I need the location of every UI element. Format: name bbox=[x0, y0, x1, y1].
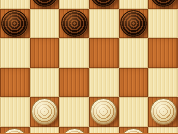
square-r3-c0[interactable] bbox=[0, 68, 30, 98]
square-r5-c4[interactable] bbox=[119, 127, 149, 134]
square-r2-c4[interactable] bbox=[119, 38, 149, 68]
square-r4-c1[interactable] bbox=[30, 97, 60, 127]
square-r4-c3[interactable] bbox=[89, 97, 119, 127]
light-piece[interactable] bbox=[1, 128, 28, 133]
square-r5-c3[interactable] bbox=[89, 127, 119, 134]
square-r4-c0[interactable] bbox=[0, 97, 30, 127]
dark-piece[interactable] bbox=[90, 0, 117, 7]
square-r4-c4[interactable] bbox=[119, 97, 149, 127]
dark-piece[interactable] bbox=[31, 0, 58, 7]
square-r1-c5[interactable] bbox=[148, 9, 178, 39]
square-r0-c1[interactable] bbox=[30, 0, 60, 9]
square-r2-c2[interactable] bbox=[59, 38, 89, 68]
dark-piece[interactable] bbox=[120, 10, 147, 37]
square-r2-c1[interactable] bbox=[30, 38, 60, 68]
light-piece[interactable] bbox=[150, 98, 177, 125]
square-r3-c1[interactable] bbox=[30, 68, 60, 98]
square-r0-c0[interactable] bbox=[0, 0, 30, 9]
square-r1-c3[interactable] bbox=[89, 9, 119, 39]
checkers-board-viewport bbox=[0, 0, 178, 133]
square-r2-c0[interactable] bbox=[0, 38, 30, 68]
dark-piece[interactable] bbox=[150, 0, 177, 7]
square-r3-c3[interactable] bbox=[89, 68, 119, 98]
square-r4-c2[interactable] bbox=[59, 97, 89, 127]
square-r2-c5[interactable] bbox=[148, 38, 178, 68]
square-r0-c5[interactable] bbox=[148, 0, 178, 9]
dark-piece[interactable] bbox=[1, 10, 28, 37]
square-r5-c2[interactable] bbox=[59, 127, 89, 134]
light-piece[interactable] bbox=[31, 98, 58, 125]
square-r3-c2[interactable] bbox=[59, 68, 89, 98]
square-r0-c4[interactable] bbox=[119, 0, 149, 9]
square-r1-c0[interactable] bbox=[0, 9, 30, 39]
square-r1-c2[interactable] bbox=[59, 9, 89, 39]
dark-piece[interactable] bbox=[61, 10, 88, 37]
square-r1-c4[interactable] bbox=[119, 9, 149, 39]
square-r0-c2[interactable] bbox=[59, 0, 89, 9]
square-r2-c3[interactable] bbox=[89, 38, 119, 68]
square-r3-c5[interactable] bbox=[148, 68, 178, 98]
light-piece[interactable] bbox=[120, 128, 147, 133]
checkers-board bbox=[0, 0, 178, 133]
light-piece[interactable] bbox=[61, 128, 88, 133]
square-r3-c4[interactable] bbox=[119, 68, 149, 98]
square-r1-c1[interactable] bbox=[30, 9, 60, 39]
square-r5-c5[interactable] bbox=[148, 127, 178, 134]
square-r5-c0[interactable] bbox=[0, 127, 30, 134]
square-r4-c5[interactable] bbox=[148, 97, 178, 127]
square-r5-c1[interactable] bbox=[30, 127, 60, 134]
light-piece[interactable] bbox=[90, 98, 117, 125]
square-r0-c3[interactable] bbox=[89, 0, 119, 9]
